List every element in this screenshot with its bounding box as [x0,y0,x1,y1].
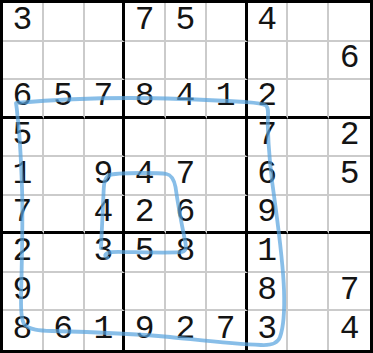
cell-r4c1[interactable]: 5 [3,119,44,158]
given-digit: 3 [257,313,277,346]
sudoku-board: 3754665784125721947657426923581987861927… [0,0,373,353]
given-digit: 6 [257,158,277,191]
given-digit: 5 [176,4,196,37]
given-digit: 8 [257,274,277,307]
given-digit: 7 [176,158,196,191]
cell-r8c5[interactable] [166,273,207,312]
cell-r5c9[interactable]: 5 [329,157,370,196]
cell-r4c5[interactable] [166,119,207,158]
cell-r2c7[interactable] [248,42,289,81]
cell-r3c8[interactable] [288,80,329,119]
cell-r3c6[interactable]: 1 [207,80,248,119]
cell-r2c8[interactable] [288,42,329,81]
cell-r2c1[interactable] [3,42,44,81]
cell-r1c5[interactable]: 5 [166,3,207,42]
cell-r5c5[interactable]: 7 [166,157,207,196]
cell-r7c5[interactable]: 8 [166,234,207,273]
cell-r2c5[interactable] [166,42,207,81]
given-digit: 4 [135,158,155,191]
given-digit: 2 [176,313,196,346]
cell-r7c4[interactable]: 5 [125,234,166,273]
given-digit: 4 [257,4,277,37]
given-digit: 5 [340,158,360,191]
cell-r2c6[interactable] [207,42,248,81]
given-digit: 9 [94,158,114,191]
given-digit: 6 [340,42,360,75]
cell-r6c5[interactable]: 6 [166,196,207,235]
cell-r5c6[interactable] [207,157,248,196]
cell-r7c6[interactable] [207,234,248,273]
given-digit: 8 [135,80,155,113]
given-digit: 1 [257,235,277,268]
given-digit: 9 [12,274,32,307]
cell-r5c1[interactable]: 1 [3,157,44,196]
cell-r9c9[interactable]: 4 [329,311,370,350]
cell-r6c8[interactable] [288,196,329,235]
cell-r9c6[interactable]: 7 [207,311,248,350]
cell-r6c9[interactable] [329,196,370,235]
cell-r1c1[interactable]: 3 [3,3,44,42]
cell-r3c2[interactable]: 5 [44,80,85,119]
cell-r5c2[interactable] [44,157,85,196]
cell-r1c2[interactable] [44,3,85,42]
given-digit: 3 [94,235,114,268]
given-digit: 6 [53,313,73,346]
given-digit: 9 [135,313,155,346]
cell-r8c7[interactable]: 8 [248,273,289,312]
cell-r4c6[interactable] [207,119,248,158]
cell-r3c5[interactable]: 4 [166,80,207,119]
given-digit: 7 [257,119,277,152]
given-digit: 2 [257,80,277,113]
cell-r7c7[interactable]: 1 [248,234,289,273]
given-digit: 5 [12,119,32,152]
cell-r4c9[interactable]: 2 [329,119,370,158]
sudoku-screenshot: 3754665784125721947657426923581987861927… [0,0,373,353]
cell-r2c2[interactable] [44,42,85,81]
cell-r9c2[interactable]: 6 [44,311,85,350]
given-digit: 3 [12,4,32,37]
cell-r9c7[interactable]: 3 [248,311,289,350]
cell-r9c4[interactable]: 9 [125,311,166,350]
cell-r6c4[interactable]: 2 [125,196,166,235]
cell-r4c3[interactable] [85,119,126,158]
given-digit: 6 [176,196,196,229]
cell-r2c3[interactable] [85,42,126,81]
cell-r4c4[interactable] [125,119,166,158]
cell-r7c9[interactable] [329,234,370,273]
given-digit: 8 [12,313,32,346]
given-digit: 2 [340,119,360,152]
given-digit: 7 [216,313,236,346]
given-digit: 7 [135,4,155,37]
cell-r1c6[interactable] [207,3,248,42]
given-digit: 4 [176,80,196,113]
cell-r3c3[interactable]: 7 [85,80,126,119]
cell-r8c9[interactable]: 7 [329,273,370,312]
cell-r5c3[interactable]: 9 [85,157,126,196]
given-digit: 1 [216,80,236,113]
cell-r7c3[interactable]: 3 [85,234,126,273]
given-digit: 4 [340,313,360,346]
cell-r7c8[interactable] [288,234,329,273]
cell-r4c7[interactable]: 7 [248,119,289,158]
cell-r6c7[interactable]: 9 [248,196,289,235]
cell-r5c8[interactable] [288,157,329,196]
cell-r6c3[interactable]: 4 [85,196,126,235]
given-digit: 1 [12,158,32,191]
given-digit: 5 [135,235,155,268]
given-digit: 8 [176,235,196,268]
cell-r3c9[interactable] [329,80,370,119]
cell-r7c1[interactable]: 2 [3,234,44,273]
cell-r1c3[interactable] [85,3,126,42]
given-digit: 4 [94,196,114,229]
given-digit: 9 [257,196,277,229]
given-digit: 6 [12,80,32,113]
cell-r2c9[interactable]: 6 [329,42,370,81]
cell-r8c6[interactable] [207,273,248,312]
cell-r1c4[interactable]: 7 [125,3,166,42]
given-digit: 7 [340,274,360,307]
cell-r2c4[interactable] [125,42,166,81]
cell-r4c2[interactable] [44,119,85,158]
cell-r1c9[interactable] [329,3,370,42]
given-digit: 7 [12,196,32,229]
cell-r9c8[interactable] [288,311,329,350]
cell-r6c6[interactable] [207,196,248,235]
cell-r1c8[interactable] [288,3,329,42]
cell-r3c7[interactable]: 2 [248,80,289,119]
given-digit: 5 [53,80,73,113]
given-digit: 2 [135,196,155,229]
cell-r9c5[interactable]: 2 [166,311,207,350]
given-digit: 7 [94,80,114,113]
cell-r8c8[interactable] [288,273,329,312]
cell-r8c2[interactable] [44,273,85,312]
cell-r6c2[interactable] [44,196,85,235]
cell-r6c1[interactable]: 7 [3,196,44,235]
cell-r5c4[interactable]: 4 [125,157,166,196]
cell-r8c1[interactable]: 9 [3,273,44,312]
cell-r8c4[interactable] [125,273,166,312]
given-digit: 2 [12,235,32,268]
cell-r9c3[interactable]: 1 [85,311,126,350]
cell-r4c8[interactable] [288,119,329,158]
cell-r3c4[interactable]: 8 [125,80,166,119]
cell-r9c1[interactable]: 8 [3,311,44,350]
cell-r7c2[interactable] [44,234,85,273]
cell-r5c7[interactable]: 6 [248,157,289,196]
cell-r3c1[interactable]: 6 [3,80,44,119]
cell-r1c7[interactable]: 4 [248,3,289,42]
cell-r8c3[interactable] [85,273,126,312]
given-digit: 1 [94,313,114,346]
